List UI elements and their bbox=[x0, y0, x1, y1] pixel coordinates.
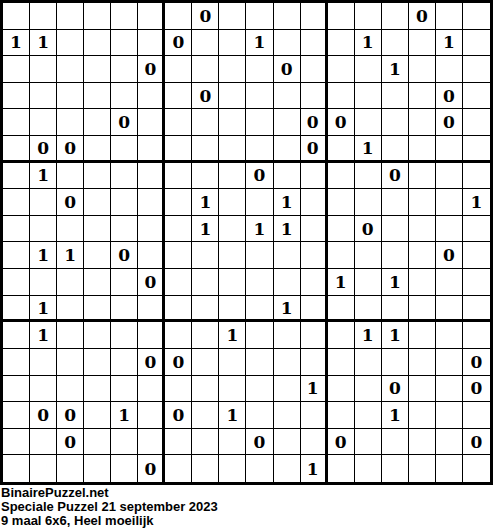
cell-r17c14-empty[interactable] bbox=[355, 429, 382, 456]
cell-r16c14-empty[interactable] bbox=[355, 402, 382, 429]
cell-r9c7-empty[interactable] bbox=[165, 216, 192, 243]
puzzle-footer: BinairePuzzel.net Speciale Puzzel 21 sep… bbox=[1, 486, 493, 528]
cell-r18c17-empty[interactable] bbox=[436, 455, 463, 482]
cell-r14c4-empty[interactable] bbox=[84, 349, 111, 376]
cell-r2c4-empty[interactable] bbox=[84, 30, 111, 57]
puzzle-title: Speciale Puzzel 21 september 2023 bbox=[1, 500, 493, 514]
cell-r9c12-empty[interactable] bbox=[301, 216, 328, 243]
cell-r1c12-empty[interactable] bbox=[301, 3, 328, 30]
cell-r14c13-empty[interactable] bbox=[328, 349, 355, 376]
cell-r2c2-given-1: 1 bbox=[30, 30, 57, 57]
cell-r8c15-empty[interactable] bbox=[382, 189, 409, 216]
cell-r4c5-empty[interactable] bbox=[111, 83, 138, 110]
cell-r12c12-empty[interactable] bbox=[301, 296, 328, 323]
cell-r14c11-empty[interactable] bbox=[274, 349, 301, 376]
cell-r12c8-empty[interactable] bbox=[192, 296, 219, 323]
cell-r18c15-empty[interactable] bbox=[382, 455, 409, 482]
cell-r10c8-empty[interactable] bbox=[192, 242, 219, 269]
cell-r11c2-empty[interactable] bbox=[30, 269, 57, 296]
cell-r11c11-empty[interactable] bbox=[274, 269, 301, 296]
cell-r14c6-given-0: 0 bbox=[138, 349, 165, 376]
cell-r4c14-empty[interactable] bbox=[355, 83, 382, 110]
cell-r12c18-empty[interactable] bbox=[463, 296, 490, 323]
cell-r10c11-empty[interactable] bbox=[274, 242, 301, 269]
cell-r4c3-empty[interactable] bbox=[57, 83, 84, 110]
cell-r13c7-empty[interactable] bbox=[165, 322, 192, 349]
cell-r5c2-empty[interactable] bbox=[30, 109, 57, 136]
cell-r8c14-empty[interactable] bbox=[355, 189, 382, 216]
cell-r6c4-empty[interactable] bbox=[84, 136, 111, 163]
cell-r14c15-empty[interactable] bbox=[382, 349, 409, 376]
cell-r9c18-empty[interactable] bbox=[463, 216, 490, 243]
cell-r11c8-empty[interactable] bbox=[192, 269, 219, 296]
cell-r2c15-empty[interactable] bbox=[382, 30, 409, 57]
cell-r16c9-given-1: 1 bbox=[219, 402, 246, 429]
cell-r10c4-empty[interactable] bbox=[84, 242, 111, 269]
cell-r17c16-empty[interactable] bbox=[409, 429, 436, 456]
cell-r17c2-empty[interactable] bbox=[30, 429, 57, 456]
cell-r8c6-empty[interactable] bbox=[138, 189, 165, 216]
cell-r5c1-empty[interactable] bbox=[3, 109, 30, 136]
cell-r6c9-empty[interactable] bbox=[219, 136, 246, 163]
cell-r2c16-empty[interactable] bbox=[409, 30, 436, 57]
cell-r2c5-empty[interactable] bbox=[111, 30, 138, 57]
cell-r13c3-empty[interactable] bbox=[57, 322, 84, 349]
cell-r13c17-empty[interactable] bbox=[436, 322, 463, 349]
cell-r18c3-empty[interactable] bbox=[57, 455, 84, 482]
cell-r8c7-empty[interactable] bbox=[165, 189, 192, 216]
cell-r3c8-empty[interactable] bbox=[192, 56, 219, 83]
cell-r12c13-empty[interactable] bbox=[328, 296, 355, 323]
cell-r10c13-empty[interactable] bbox=[328, 242, 355, 269]
cell-r6c18-empty[interactable] bbox=[463, 136, 490, 163]
cell-r14c17-empty[interactable] bbox=[436, 349, 463, 376]
cell-r12c17-empty[interactable] bbox=[436, 296, 463, 323]
cell-r6c6-empty[interactable] bbox=[138, 136, 165, 163]
cell-r13c18-empty[interactable] bbox=[463, 322, 490, 349]
cell-r1c16-given-0: 0 bbox=[409, 3, 436, 30]
cell-r8c5-empty[interactable] bbox=[111, 189, 138, 216]
cell-r14c16-empty[interactable] bbox=[409, 349, 436, 376]
cell-r2c18-empty[interactable] bbox=[463, 30, 490, 57]
cell-r3c6-given-0: 0 bbox=[138, 56, 165, 83]
cell-r15c2-empty[interactable] bbox=[30, 376, 57, 403]
cell-r14c5-empty[interactable] bbox=[111, 349, 138, 376]
cell-r3c2-empty[interactable] bbox=[30, 56, 57, 83]
cell-r7c3-empty[interactable] bbox=[57, 163, 84, 190]
cell-r17c15-empty[interactable] bbox=[382, 429, 409, 456]
cell-r3c4-empty[interactable] bbox=[84, 56, 111, 83]
cell-r16c12-empty[interactable] bbox=[301, 402, 328, 429]
cell-r1c15-empty[interactable] bbox=[382, 3, 409, 30]
cell-r8c2-empty[interactable] bbox=[30, 189, 57, 216]
cell-r5c6-empty[interactable] bbox=[138, 109, 165, 136]
cell-r6c2-given-0: 0 bbox=[30, 136, 57, 163]
cell-r1c11-empty[interactable] bbox=[274, 3, 301, 30]
cell-r7c17-empty[interactable] bbox=[436, 163, 463, 190]
cell-r18c9-empty[interactable] bbox=[219, 455, 246, 482]
cell-r18c12-given-1: 1 bbox=[301, 455, 328, 482]
cell-r1c18-empty[interactable] bbox=[463, 3, 490, 30]
cell-r14c8-empty[interactable] bbox=[192, 349, 219, 376]
cell-r17c8-empty[interactable] bbox=[192, 429, 219, 456]
cell-r17c11-empty[interactable] bbox=[274, 429, 301, 456]
cell-r7c12-empty[interactable] bbox=[301, 163, 328, 190]
cell-r12c6-empty[interactable] bbox=[138, 296, 165, 323]
cell-r15c4-empty[interactable] bbox=[84, 376, 111, 403]
cell-r14c2-empty[interactable] bbox=[30, 349, 57, 376]
cell-r11c13-given-1: 1 bbox=[328, 269, 355, 296]
cell-r1c6-empty[interactable] bbox=[138, 3, 165, 30]
cell-r4c13-empty[interactable] bbox=[328, 83, 355, 110]
cell-r2c8-empty[interactable] bbox=[192, 30, 219, 57]
cell-r12c11-given-1: 1 bbox=[274, 296, 301, 323]
cell-r11c9-empty[interactable] bbox=[219, 269, 246, 296]
cell-r15c3-empty[interactable] bbox=[57, 376, 84, 403]
puzzle-board: 0011011100100000000011000111111011000111… bbox=[0, 0, 493, 485]
cell-r1c4-empty[interactable] bbox=[84, 3, 111, 30]
cell-r8c16-empty[interactable] bbox=[409, 189, 436, 216]
cell-r18c5-empty[interactable] bbox=[111, 455, 138, 482]
binary-puzzle-page: 0011011100100000000011000111111011000111… bbox=[0, 0, 493, 531]
cell-r17c1-empty[interactable] bbox=[3, 429, 30, 456]
cell-r1c2-empty[interactable] bbox=[30, 3, 57, 30]
cell-r3c16-empty[interactable] bbox=[409, 56, 436, 83]
cell-r10c1-empty[interactable] bbox=[3, 242, 30, 269]
cell-r13c1-empty[interactable] bbox=[3, 322, 30, 349]
cell-r18c11-empty[interactable] bbox=[274, 455, 301, 482]
cell-r17c6-empty[interactable] bbox=[138, 429, 165, 456]
cell-r7c6-empty[interactable] bbox=[138, 163, 165, 190]
puzzle-difficulty: 9 maal 6x6, Heel moeilijk bbox=[1, 514, 493, 528]
cell-r6c3-given-0: 0 bbox=[57, 136, 84, 163]
cell-r15c5-empty[interactable] bbox=[111, 376, 138, 403]
cell-r3c17-empty[interactable] bbox=[436, 56, 463, 83]
cell-r15c10-empty[interactable] bbox=[246, 376, 273, 403]
cell-r18c4-empty[interactable] bbox=[84, 455, 111, 482]
cell-r15c11-empty[interactable] bbox=[274, 376, 301, 403]
cell-r12c3-empty[interactable] bbox=[57, 296, 84, 323]
cell-r18c2-empty[interactable] bbox=[30, 455, 57, 482]
cell-r11c12-empty[interactable] bbox=[301, 269, 328, 296]
cell-r6c16-empty[interactable] bbox=[409, 136, 436, 163]
cell-r9c6-empty[interactable] bbox=[138, 216, 165, 243]
cell-r7c9-empty[interactable] bbox=[219, 163, 246, 190]
cell-r1c17-empty[interactable] bbox=[436, 3, 463, 30]
cell-r10c14-empty[interactable] bbox=[355, 242, 382, 269]
cell-r7c5-empty[interactable] bbox=[111, 163, 138, 190]
cell-r18c16-empty[interactable] bbox=[409, 455, 436, 482]
cell-r16c13-empty[interactable] bbox=[328, 402, 355, 429]
cell-r9c3-empty[interactable] bbox=[57, 216, 84, 243]
cell-r14c18-given-0: 0 bbox=[463, 349, 490, 376]
cell-r11c15-given-1: 1 bbox=[382, 269, 409, 296]
cell-r7c16-empty[interactable] bbox=[409, 163, 436, 190]
cell-r16c6-empty[interactable] bbox=[138, 402, 165, 429]
cell-r4c12-empty[interactable] bbox=[301, 83, 328, 110]
cell-r13c13-empty[interactable] bbox=[328, 322, 355, 349]
cell-r3c18-empty[interactable] bbox=[463, 56, 490, 83]
cell-r6c8-empty[interactable] bbox=[192, 136, 219, 163]
cell-r10c6-empty[interactable] bbox=[138, 242, 165, 269]
cell-r17c12-empty[interactable] bbox=[301, 429, 328, 456]
cell-r13c16-empty[interactable] bbox=[409, 322, 436, 349]
cell-r4c10-empty[interactable] bbox=[246, 83, 273, 110]
cell-r14c3-empty[interactable] bbox=[57, 349, 84, 376]
cell-r6c17-empty[interactable] bbox=[436, 136, 463, 163]
cell-r17c5-empty[interactable] bbox=[111, 429, 138, 456]
cell-r1c13-empty[interactable] bbox=[328, 3, 355, 30]
cell-r14c10-empty[interactable] bbox=[246, 349, 273, 376]
site-name: BinairePuzzel.net bbox=[1, 486, 493, 500]
cell-r3c10-empty[interactable] bbox=[246, 56, 273, 83]
cell-r8c9-empty[interactable] bbox=[219, 189, 246, 216]
cell-r16c1-empty[interactable] bbox=[3, 402, 30, 429]
cell-r9c1-empty[interactable] bbox=[3, 216, 30, 243]
cell-r10c9-empty[interactable] bbox=[219, 242, 246, 269]
cell-r7c14-empty[interactable] bbox=[355, 163, 382, 190]
cell-r6c13-empty[interactable] bbox=[328, 136, 355, 163]
cell-r10c17-given-0: 0 bbox=[436, 242, 463, 269]
cell-r13c6-empty[interactable] bbox=[138, 322, 165, 349]
cell-r8c8-given-1: 1 bbox=[192, 189, 219, 216]
cell-r4c1-empty[interactable] bbox=[3, 83, 30, 110]
cell-r5c7-empty[interactable] bbox=[165, 109, 192, 136]
cell-r2c17-given-1: 1 bbox=[436, 30, 463, 57]
cell-r4c11-empty[interactable] bbox=[274, 83, 301, 110]
cell-r2c13-empty[interactable] bbox=[328, 30, 355, 57]
cell-r14c1-empty[interactable] bbox=[3, 349, 30, 376]
cell-r6c5-empty[interactable] bbox=[111, 136, 138, 163]
cell-r1c14-empty[interactable] bbox=[355, 3, 382, 30]
cell-r10c2-given-1: 1 bbox=[30, 242, 57, 269]
cell-r16c2-given-0: 0 bbox=[30, 402, 57, 429]
cell-r15c17-empty[interactable] bbox=[436, 376, 463, 403]
cell-r11c7-empty[interactable] bbox=[165, 269, 192, 296]
cell-r3c1-empty[interactable] bbox=[3, 56, 30, 83]
cell-r18c18-empty[interactable] bbox=[463, 455, 490, 482]
cell-r4c15-empty[interactable] bbox=[382, 83, 409, 110]
cell-r7c7-empty[interactable] bbox=[165, 163, 192, 190]
cell-r9c13-empty[interactable] bbox=[328, 216, 355, 243]
cell-r13c8-empty[interactable] bbox=[192, 322, 219, 349]
cell-r11c18-empty[interactable] bbox=[463, 269, 490, 296]
cell-r16c18-empty[interactable] bbox=[463, 402, 490, 429]
cell-r4c2-empty[interactable] bbox=[30, 83, 57, 110]
cell-r3c7-empty[interactable] bbox=[165, 56, 192, 83]
cell-r18c1-empty[interactable] bbox=[3, 455, 30, 482]
cell-r6c1-empty[interactable] bbox=[3, 136, 30, 163]
cell-r18c6-given-0: 0 bbox=[138, 455, 165, 482]
cell-r18c13-empty[interactable] bbox=[328, 455, 355, 482]
cell-r9c5-empty[interactable] bbox=[111, 216, 138, 243]
cell-r14c12-empty[interactable] bbox=[301, 349, 328, 376]
cell-r16c5-given-1: 1 bbox=[111, 402, 138, 429]
cell-r11c17-empty[interactable] bbox=[436, 269, 463, 296]
cell-r10c15-empty[interactable] bbox=[382, 242, 409, 269]
cell-r5c3-empty[interactable] bbox=[57, 109, 84, 136]
cell-r2c10-given-1: 1 bbox=[246, 30, 273, 57]
cell-r4c9-empty[interactable] bbox=[219, 83, 246, 110]
cell-r15c18-given-0: 0 bbox=[463, 376, 490, 403]
cell-r8c4-empty[interactable] bbox=[84, 189, 111, 216]
cell-r15c14-empty[interactable] bbox=[355, 376, 382, 403]
cell-r5c8-empty[interactable] bbox=[192, 109, 219, 136]
cell-r13c2-given-1: 1 bbox=[30, 322, 57, 349]
cell-r5c15-empty[interactable] bbox=[382, 109, 409, 136]
cell-r7c13-empty[interactable] bbox=[328, 163, 355, 190]
cell-r5c4-empty[interactable] bbox=[84, 109, 111, 136]
cell-r18c10-empty[interactable] bbox=[246, 455, 273, 482]
cell-r4c18-empty[interactable] bbox=[463, 83, 490, 110]
cell-r11c3-empty[interactable] bbox=[57, 269, 84, 296]
cell-r1c9-empty[interactable] bbox=[219, 3, 246, 30]
cell-r2c7-given-0: 0 bbox=[165, 30, 192, 57]
cell-r4c6-empty[interactable] bbox=[138, 83, 165, 110]
cell-r7c1-empty[interactable] bbox=[3, 163, 30, 190]
cell-r12c7-empty[interactable] bbox=[165, 296, 192, 323]
cell-r11c10-empty[interactable] bbox=[246, 269, 273, 296]
cell-r5c10-empty[interactable] bbox=[246, 109, 273, 136]
cell-r3c13-empty[interactable] bbox=[328, 56, 355, 83]
cell-r7c8-empty[interactable] bbox=[192, 163, 219, 190]
cell-r8c13-empty[interactable] bbox=[328, 189, 355, 216]
cell-r1c1-empty[interactable] bbox=[3, 3, 30, 30]
cell-r12c14-empty[interactable] bbox=[355, 296, 382, 323]
cell-r5c11-empty[interactable] bbox=[274, 109, 301, 136]
cell-r13c11-empty[interactable] bbox=[274, 322, 301, 349]
cell-r17c17-empty[interactable] bbox=[436, 429, 463, 456]
cell-r15c13-empty[interactable] bbox=[328, 376, 355, 403]
cell-r11c1-empty[interactable] bbox=[3, 269, 30, 296]
cell-r15c9-empty[interactable] bbox=[219, 376, 246, 403]
cell-r18c7-empty[interactable] bbox=[165, 455, 192, 482]
cell-r6c11-empty[interactable] bbox=[274, 136, 301, 163]
cell-r3c3-empty[interactable] bbox=[57, 56, 84, 83]
cell-r7c18-empty[interactable] bbox=[463, 163, 490, 190]
cell-r6c15-empty[interactable] bbox=[382, 136, 409, 163]
cell-r8c3-given-0: 0 bbox=[57, 189, 84, 216]
cell-r9c2-empty[interactable] bbox=[30, 216, 57, 243]
cell-r10c12-empty[interactable] bbox=[301, 242, 328, 269]
cell-r15c16-empty[interactable] bbox=[409, 376, 436, 403]
cell-r9c8-given-1: 1 bbox=[192, 216, 219, 243]
cell-r2c9-empty[interactable] bbox=[219, 30, 246, 57]
cell-r11c5-empty[interactable] bbox=[111, 269, 138, 296]
cell-r14c9-empty[interactable] bbox=[219, 349, 246, 376]
cell-r12c15-empty[interactable] bbox=[382, 296, 409, 323]
cell-r9c11-given-1: 1 bbox=[274, 216, 301, 243]
cell-r13c14-given-1: 1 bbox=[355, 322, 382, 349]
cell-r6c7-empty[interactable] bbox=[165, 136, 192, 163]
cell-r8c12-empty[interactable] bbox=[301, 189, 328, 216]
cell-r12c10-empty[interactable] bbox=[246, 296, 273, 323]
cell-r8c17-empty[interactable] bbox=[436, 189, 463, 216]
cell-r17c7-empty[interactable] bbox=[165, 429, 192, 456]
cell-r2c6-empty[interactable] bbox=[138, 30, 165, 57]
cell-r5c18-empty[interactable] bbox=[463, 109, 490, 136]
cell-r2c12-empty[interactable] bbox=[301, 30, 328, 57]
cell-r4c4-empty[interactable] bbox=[84, 83, 111, 110]
cell-r18c8-empty[interactable] bbox=[192, 455, 219, 482]
cell-r18c14-empty[interactable] bbox=[355, 455, 382, 482]
cell-r11c14-empty[interactable] bbox=[355, 269, 382, 296]
cell-r13c9-given-1: 1 bbox=[219, 322, 246, 349]
cell-r9c4-empty[interactable] bbox=[84, 216, 111, 243]
cell-r16c15-given-1: 1 bbox=[382, 402, 409, 429]
cell-r8c10-empty[interactable] bbox=[246, 189, 273, 216]
cell-r7c4-empty[interactable] bbox=[84, 163, 111, 190]
cell-r12c4-empty[interactable] bbox=[84, 296, 111, 323]
cell-r2c3-empty[interactable] bbox=[57, 30, 84, 57]
cell-r10c16-empty[interactable] bbox=[409, 242, 436, 269]
cell-r16c11-empty[interactable] bbox=[274, 402, 301, 429]
cell-r16c17-empty[interactable] bbox=[436, 402, 463, 429]
cell-r4c7-empty[interactable] bbox=[165, 83, 192, 110]
cell-r13c4-empty[interactable] bbox=[84, 322, 111, 349]
cell-r5c9-empty[interactable] bbox=[219, 109, 246, 136]
cell-r15c6-empty[interactable] bbox=[138, 376, 165, 403]
cell-r15c8-empty[interactable] bbox=[192, 376, 219, 403]
cell-r2c11-empty[interactable] bbox=[274, 30, 301, 57]
cell-r3c9-empty[interactable] bbox=[219, 56, 246, 83]
cell-r5c14-empty[interactable] bbox=[355, 109, 382, 136]
cell-r6c10-empty[interactable] bbox=[246, 136, 273, 163]
cell-r9c17-empty[interactable] bbox=[436, 216, 463, 243]
cell-r12c9-empty[interactable] bbox=[219, 296, 246, 323]
cell-r3c12-empty[interactable] bbox=[301, 56, 328, 83]
cell-r14c14-empty[interactable] bbox=[355, 349, 382, 376]
cell-r16c4-empty[interactable] bbox=[84, 402, 111, 429]
cell-r11c4-empty[interactable] bbox=[84, 269, 111, 296]
cell-r15c1-empty[interactable] bbox=[3, 376, 30, 403]
cell-r17c9-empty[interactable] bbox=[219, 429, 246, 456]
cell-r13c10-empty[interactable] bbox=[246, 322, 273, 349]
cell-r5c17-given-0: 0 bbox=[436, 109, 463, 136]
cell-r15c7-empty[interactable] bbox=[165, 376, 192, 403]
cell-r10c7-empty[interactable] bbox=[165, 242, 192, 269]
cell-r10c10-empty[interactable] bbox=[246, 242, 273, 269]
cell-r3c5-empty[interactable] bbox=[111, 56, 138, 83]
cell-r3c14-empty[interactable] bbox=[355, 56, 382, 83]
cell-r9c9-empty[interactable] bbox=[219, 216, 246, 243]
cell-r9c14-given-0: 0 bbox=[355, 216, 382, 243]
cell-r16c10-empty[interactable] bbox=[246, 402, 273, 429]
cell-r1c3-empty[interactable] bbox=[57, 3, 84, 30]
cell-r13c12-empty[interactable] bbox=[301, 322, 328, 349]
cell-r12c16-empty[interactable] bbox=[409, 296, 436, 323]
cell-r12c1-empty[interactable] bbox=[3, 296, 30, 323]
cell-r13c5-empty[interactable] bbox=[111, 322, 138, 349]
cell-r6c12-given-0: 0 bbox=[301, 136, 328, 163]
cell-r1c5-empty[interactable] bbox=[111, 3, 138, 30]
cell-r7c11-empty[interactable] bbox=[274, 163, 301, 190]
cell-r12c5-empty[interactable] bbox=[111, 296, 138, 323]
cell-r8c1-empty[interactable] bbox=[3, 189, 30, 216]
cell-r1c10-empty[interactable] bbox=[246, 3, 273, 30]
cell-r10c18-empty[interactable] bbox=[463, 242, 490, 269]
cell-r10c5-given-0: 0 bbox=[111, 242, 138, 269]
cell-r9c15-empty[interactable] bbox=[382, 216, 409, 243]
cell-r11c16-empty[interactable] bbox=[409, 269, 436, 296]
cell-r17c4-empty[interactable] bbox=[84, 429, 111, 456]
cell-r16c8-empty[interactable] bbox=[192, 402, 219, 429]
cell-r16c16-empty[interactable] bbox=[409, 402, 436, 429]
cell-r4c16-empty[interactable] bbox=[409, 83, 436, 110]
cell-r9c16-empty[interactable] bbox=[409, 216, 436, 243]
cell-r1c7-empty[interactable] bbox=[165, 3, 192, 30]
cell-r5c16-empty[interactable] bbox=[409, 109, 436, 136]
